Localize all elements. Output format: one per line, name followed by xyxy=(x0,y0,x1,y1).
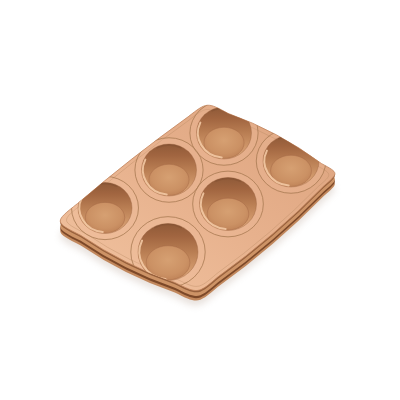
muffin-cup xyxy=(135,138,203,202)
muffin-cup xyxy=(256,129,325,193)
muffin-pan-photo xyxy=(0,0,400,400)
muffin-cup xyxy=(193,171,264,237)
muffin-cup xyxy=(72,176,139,239)
muffin-pan-illustration xyxy=(0,0,400,400)
